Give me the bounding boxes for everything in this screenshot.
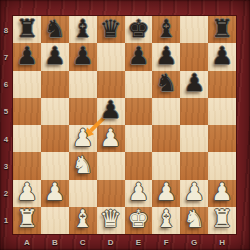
rank-label-3: 3	[4, 161, 8, 170]
piece-black-pawn[interactable]: ♟	[183, 71, 205, 95]
square-d2[interactable]	[97, 180, 125, 207]
rank-label-1: 1	[4, 216, 8, 225]
square-e8[interactable]: ♚	[125, 16, 153, 43]
square-c8[interactable]: ♝	[69, 16, 97, 43]
piece-white-knight[interactable]: ♞	[72, 153, 94, 177]
square-d5[interactable]: ♟	[97, 98, 125, 125]
square-c6[interactable]	[69, 71, 97, 98]
square-e4[interactable]	[125, 125, 153, 152]
square-f7[interactable]: ♟	[152, 43, 180, 70]
square-d7[interactable]	[97, 43, 125, 70]
square-f2[interactable]: ♟	[152, 180, 180, 207]
square-f8[interactable]: ♝	[152, 16, 180, 43]
square-e6[interactable]	[125, 71, 153, 98]
square-b3[interactable]	[41, 152, 69, 179]
piece-white-pawn[interactable]: ♟	[211, 180, 233, 204]
piece-white-pawn[interactable]: ♟	[128, 180, 150, 204]
file-label-g: G	[191, 238, 197, 247]
rank-label-6: 6	[4, 80, 8, 89]
square-b7[interactable]: ♟	[41, 43, 69, 70]
piece-white-pawn[interactable]: ♟	[183, 180, 205, 204]
rank-label-4: 4	[4, 134, 8, 143]
piece-white-pawn[interactable]: ♟	[72, 126, 94, 150]
file-label-e: E	[136, 238, 141, 247]
piece-black-pawn[interactable]: ♟	[156, 44, 178, 68]
square-a4[interactable]	[13, 125, 41, 152]
piece-black-bishop[interactable]: ♝	[156, 17, 178, 41]
square-e1[interactable]: ♚	[125, 207, 153, 234]
square-b8[interactable]: ♞	[41, 16, 69, 43]
square-h3[interactable]	[208, 152, 236, 179]
square-b6[interactable]	[41, 71, 69, 98]
square-c5[interactable]	[69, 98, 97, 125]
square-g3[interactable]	[180, 152, 208, 179]
piece-black-queen[interactable]: ♛	[100, 17, 122, 41]
square-a8[interactable]: ♜	[13, 16, 41, 43]
square-d4[interactable]: ♟	[97, 125, 125, 152]
square-h5[interactable]	[208, 98, 236, 125]
square-e5[interactable]	[125, 98, 153, 125]
file-label-d: D	[108, 238, 114, 247]
piece-white-bishop[interactable]: ♝	[156, 207, 178, 231]
piece-black-pawn[interactable]: ♟	[211, 44, 233, 68]
square-d6[interactable]	[97, 71, 125, 98]
square-g1[interactable]: ♞	[180, 207, 208, 234]
square-e3[interactable]	[125, 152, 153, 179]
square-h7[interactable]: ♟	[208, 43, 236, 70]
square-b4[interactable]	[41, 125, 69, 152]
square-a3[interactable]	[13, 152, 41, 179]
piece-white-pawn[interactable]: ♟	[16, 180, 38, 204]
piece-white-rook[interactable]: ♜	[211, 207, 233, 231]
piece-white-king[interactable]: ♚	[128, 207, 150, 231]
square-f4[interactable]	[152, 125, 180, 152]
square-g5[interactable]	[180, 98, 208, 125]
square-g8[interactable]	[180, 16, 208, 43]
square-a5[interactable]	[13, 98, 41, 125]
piece-white-pawn[interactable]: ♟	[44, 180, 66, 204]
piece-black-bishop[interactable]: ♝	[72, 17, 94, 41]
square-a2[interactable]: ♟	[13, 180, 41, 207]
square-c7[interactable]: ♟	[69, 43, 97, 70]
square-b1[interactable]	[41, 207, 69, 234]
square-f6[interactable]: ♞	[152, 71, 180, 98]
file-label-b: B	[52, 238, 58, 247]
rank-label-7: 7	[4, 52, 8, 61]
piece-black-pawn[interactable]: ♟	[100, 98, 122, 122]
chessboard: ♜♞♝♛♚♝♜♟♟♟♟♟♟♞♟♟♟♟♞♟♟♟♟♟♟♜♝♛♚♝♞♜	[13, 16, 236, 234]
square-a1[interactable]: ♜	[13, 207, 41, 234]
square-d8[interactable]: ♛	[97, 16, 125, 43]
piece-white-knight[interactable]: ♞	[183, 207, 205, 231]
piece-black-pawn[interactable]: ♟	[72, 44, 94, 68]
rank-label-2: 2	[4, 189, 8, 198]
file-label-h: H	[219, 238, 225, 247]
square-c4[interactable]: ♟	[69, 125, 97, 152]
square-g7[interactable]	[180, 43, 208, 70]
piece-white-queen[interactable]: ♛	[100, 207, 122, 231]
piece-black-king[interactable]: ♚	[128, 17, 150, 41]
square-a7[interactable]: ♟	[13, 43, 41, 70]
piece-black-pawn[interactable]: ♟	[16, 44, 38, 68]
square-d3[interactable]	[97, 152, 125, 179]
square-g2[interactable]: ♟	[180, 180, 208, 207]
piece-white-bishop[interactable]: ♝	[72, 207, 94, 231]
square-a6[interactable]	[13, 71, 41, 98]
square-h1[interactable]: ♜	[208, 207, 236, 234]
rank-label-8: 8	[4, 25, 8, 34]
piece-black-pawn[interactable]: ♟	[44, 44, 66, 68]
square-c2[interactable]	[69, 180, 97, 207]
square-c1[interactable]: ♝	[69, 207, 97, 234]
chessboard-frame: ♜♞♝♛♚♝♜♟♟♟♟♟♟♞♟♟♟♟♞♟♟♟♟♟♟♜♝♛♚♝♞♜ 8765432…	[0, 0, 250, 250]
square-c3[interactable]: ♞	[69, 152, 97, 179]
rank-label-5: 5	[4, 107, 8, 116]
square-f3[interactable]	[152, 152, 180, 179]
file-label-c: C	[80, 238, 86, 247]
piece-black-knight[interactable]: ♞	[44, 17, 66, 41]
square-e7[interactable]: ♟	[125, 43, 153, 70]
file-label-f: F	[164, 238, 169, 247]
square-h6[interactable]	[208, 71, 236, 98]
piece-white-pawn[interactable]: ♟	[156, 180, 178, 204]
square-b5[interactable]	[41, 98, 69, 125]
piece-black-pawn[interactable]: ♟	[128, 44, 150, 68]
square-b2[interactable]: ♟	[41, 180, 69, 207]
square-f5[interactable]	[152, 98, 180, 125]
piece-black-rook[interactable]: ♜	[211, 17, 233, 41]
piece-white-pawn[interactable]: ♟	[100, 126, 122, 150]
square-e2[interactable]: ♟	[125, 180, 153, 207]
square-h8[interactable]: ♜	[208, 16, 236, 43]
square-d1[interactable]: ♛	[97, 207, 125, 234]
piece-black-rook[interactable]: ♜	[16, 17, 38, 41]
piece-black-knight[interactable]: ♞	[156, 71, 178, 95]
square-g6[interactable]: ♟	[180, 71, 208, 98]
square-h4[interactable]	[208, 125, 236, 152]
square-g4[interactable]	[180, 125, 208, 152]
file-label-a: A	[24, 238, 30, 247]
piece-white-rook[interactable]: ♜	[16, 207, 38, 231]
square-h2[interactable]: ♟	[208, 180, 236, 207]
square-f1[interactable]: ♝	[152, 207, 180, 234]
